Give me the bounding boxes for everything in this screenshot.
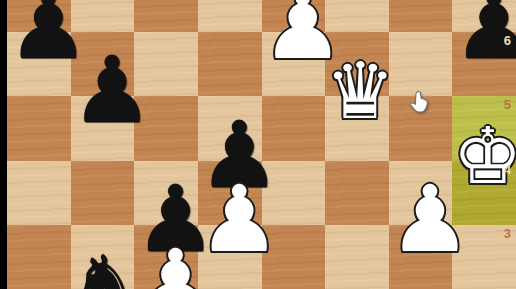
square-a7[interactable]: ♟: [7, 0, 71, 32]
square-d6[interactable]: [198, 32, 262, 96]
square-g6[interactable]: [389, 32, 453, 96]
square-d5[interactable]: ♟: [198, 96, 262, 160]
letterbox-bar: [0, 0, 7, 289]
square-e7[interactable]: ♟: [262, 0, 326, 32]
square-f4[interactable]: [325, 161, 389, 225]
square-b6[interactable]: ♟: [71, 32, 135, 96]
square-c3[interactable]: ♟: [134, 225, 198, 289]
square-h5[interactable]: ♚5: [452, 96, 516, 160]
square-b3[interactable]: ♞: [71, 225, 135, 289]
square-b4[interactable]: [71, 161, 135, 225]
square-a3[interactable]: [7, 225, 71, 289]
square-a5[interactable]: [7, 96, 71, 160]
rank-label-5: 5: [504, 98, 511, 111]
square-g7[interactable]: [389, 0, 453, 32]
rank-label-4: 4: [504, 163, 511, 176]
square-c7[interactable]: [134, 0, 198, 32]
rank-label-6: 6: [504, 34, 511, 47]
hand-cursor-icon: [409, 89, 430, 117]
chess-board: ♟♟♟♟♛6♟♚5♟♟♟4♞♟3: [7, 0, 516, 289]
square-h7[interactable]: ♟: [452, 0, 516, 32]
rank-label-3: 3: [504, 227, 511, 240]
screenshot-stage: ♟♟♟♟♛6♟♚5♟♟♟4♞♟3: [0, 0, 516, 289]
square-a4[interactable]: [7, 161, 71, 225]
square-c4[interactable]: ♟: [134, 161, 198, 225]
square-d4[interactable]: ♟: [198, 161, 262, 225]
square-f3[interactable]: [325, 225, 389, 289]
square-d7[interactable]: [198, 0, 262, 32]
square-g4[interactable]: ♟: [389, 161, 453, 225]
